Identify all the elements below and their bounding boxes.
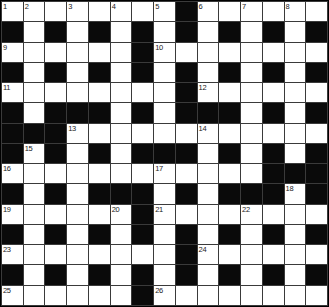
white-cell-r3c1[interactable]: [24, 63, 45, 82]
white-cell-r4c1[interactable]: [24, 83, 45, 102]
black-cell-r3c6: [132, 63, 153, 82]
white-cell-r10c12[interactable]: [263, 205, 284, 224]
white-cell-r8c4[interactable]: [89, 164, 110, 183]
black-cell-r7c6: [132, 144, 153, 163]
black-cell-r9c4: [89, 184, 110, 203]
clue-number-10: 10: [155, 43, 163, 52]
white-cell-r6c7[interactable]: [154, 124, 175, 143]
white-cell-r3c3[interactable]: [67, 63, 88, 82]
white-cell-r2c14[interactable]: [306, 43, 327, 62]
black-cell-r11c12: [263, 225, 284, 244]
white-cell-r6c14[interactable]: [306, 124, 327, 143]
clue-number-19: 19: [3, 205, 11, 214]
white-cell-r4c4[interactable]: [89, 83, 110, 102]
white-cell-r2c0[interactable]: 9: [2, 43, 23, 62]
white-cell-r0c0[interactable]: 1: [2, 2, 23, 21]
black-cell-r1c0: [2, 22, 23, 41]
white-cell-r9c13[interactable]: 18: [285, 184, 306, 203]
white-cell-r6c13[interactable]: [285, 124, 306, 143]
white-cell-r1c13[interactable]: [285, 22, 306, 41]
white-cell-r12c2[interactable]: [45, 245, 66, 264]
clue-number-9: 9: [3, 43, 7, 52]
white-cell-r0c13[interactable]: 8: [285, 2, 306, 21]
white-cell-r10c8[interactable]: [176, 205, 197, 224]
black-cell-r3c14: [306, 63, 327, 82]
white-cell-r14c11[interactable]: [241, 286, 262, 305]
white-cell-r8c11[interactable]: [241, 164, 262, 183]
white-cell-r4c5[interactable]: [111, 83, 132, 102]
black-cell-r5c14: [306, 103, 327, 122]
clue-number-2: 2: [25, 2, 29, 11]
black-cell-r1c10: [219, 22, 240, 41]
black-cell-r13c8: [176, 265, 197, 284]
white-cell-r0c11[interactable]: 7: [241, 2, 262, 21]
white-cell-r2c5[interactable]: [111, 43, 132, 62]
black-cell-r6c2: [45, 124, 66, 143]
black-cell-r3c10: [219, 63, 240, 82]
black-cell-r3c8: [176, 63, 197, 82]
white-cell-r11c5[interactable]: [111, 225, 132, 244]
white-cell-r9c7[interactable]: [154, 184, 175, 203]
white-cell-r2c13[interactable]: [285, 43, 306, 62]
white-cell-r8c10[interactable]: [219, 164, 240, 183]
clue-number-25: 25: [3, 286, 11, 295]
black-cell-r7c12: [263, 144, 284, 163]
white-cell-r7c1[interactable]: 15: [24, 144, 45, 163]
black-cell-r9c6: [132, 184, 153, 203]
black-cell-r5c4: [89, 103, 110, 122]
white-cell-r10c5[interactable]: 20: [111, 205, 132, 224]
white-cell-r4c3[interactable]: [67, 83, 88, 102]
white-cell-r11c7[interactable]: [154, 225, 175, 244]
black-cell-r9c12: [263, 184, 284, 203]
white-cell-r12c14[interactable]: [306, 245, 327, 264]
white-cell-r6c3[interactable]: 13: [67, 124, 88, 143]
black-cell-r13c0: [2, 265, 23, 284]
white-cell-r13c5[interactable]: [111, 265, 132, 284]
white-cell-r10c4[interactable]: [89, 205, 110, 224]
white-cell-r8c6[interactable]: [132, 164, 153, 183]
crossword-grid: 1234567891011121314151617181920212223242…: [0, 0, 329, 307]
white-cell-r5c5[interactable]: [111, 103, 132, 122]
black-cell-r3c0: [2, 63, 23, 82]
white-cell-r10c2[interactable]: [45, 205, 66, 224]
black-cell-r11c14: [306, 225, 327, 244]
white-cell-r1c1[interactable]: [24, 22, 45, 41]
white-cell-r2c11[interactable]: [241, 43, 262, 62]
black-cell-r0c8: [176, 2, 197, 21]
black-cell-r2c6: [132, 43, 153, 62]
white-cell-r2c8[interactable]: [176, 43, 197, 62]
white-cell-r5c13[interactable]: [285, 103, 306, 122]
white-cell-r2c1[interactable]: [24, 43, 45, 62]
white-cell-r2c12[interactable]: [263, 43, 284, 62]
white-cell-r1c9[interactable]: [198, 22, 219, 41]
white-cell-r8c1[interactable]: [24, 164, 45, 183]
clue-number-13: 13: [68, 124, 76, 133]
black-cell-r3c2: [45, 63, 66, 82]
white-cell-r10c7[interactable]: 21: [154, 205, 175, 224]
black-cell-r9c14: [306, 184, 327, 203]
white-cell-r9c9[interactable]: [198, 184, 219, 203]
white-cell-r13c7[interactable]: [154, 265, 175, 284]
white-cell-r14c0[interactable]: 25: [2, 286, 23, 305]
white-cell-r8c8[interactable]: [176, 164, 197, 183]
clue-number-16: 16: [3, 164, 11, 173]
white-cell-r14c9[interactable]: [198, 286, 219, 305]
white-cell-r14c4[interactable]: [89, 286, 110, 305]
clue-number-26: 26: [155, 286, 163, 295]
black-cell-r13c4: [89, 265, 110, 284]
black-cell-r6c1: [24, 124, 45, 143]
white-cell-r0c2[interactable]: [45, 2, 66, 21]
white-cell-r1c11[interactable]: [241, 22, 262, 41]
black-cell-r3c12: [263, 63, 284, 82]
white-cell-r0c4[interactable]: [89, 2, 110, 21]
white-cell-r11c13[interactable]: [285, 225, 306, 244]
white-cell-r6c10[interactable]: [219, 124, 240, 143]
white-cell-r8c3[interactable]: [67, 164, 88, 183]
black-cell-r7c0: [2, 144, 23, 163]
white-cell-r3c9[interactable]: [198, 63, 219, 82]
white-cell-r13c3[interactable]: [67, 265, 88, 284]
black-cell-r1c6: [132, 22, 153, 41]
black-cell-r9c2: [45, 184, 66, 203]
white-cell-r8c7[interactable]: 17: [154, 164, 175, 183]
white-cell-r6c6[interactable]: [132, 124, 153, 143]
white-cell-r1c5[interactable]: [111, 22, 132, 41]
white-cell-r4c0[interactable]: 11: [2, 83, 23, 102]
white-cell-r0c3[interactable]: 3: [67, 2, 88, 21]
white-cell-r14c2[interactable]: [45, 286, 66, 305]
white-cell-r11c3[interactable]: [67, 225, 88, 244]
black-cell-r6c0: [2, 124, 23, 143]
clue-number-18: 18: [286, 184, 294, 193]
black-cell-r5c9: [198, 103, 219, 122]
white-cell-r7c13[interactable]: [285, 144, 306, 163]
black-cell-r9c8: [176, 184, 197, 203]
white-cell-r0c10[interactable]: [219, 2, 240, 21]
black-cell-r1c4: [89, 22, 110, 41]
clue-number-24: 24: [199, 245, 207, 254]
black-cell-r7c8: [176, 144, 197, 163]
black-cell-r5c3: [67, 103, 88, 122]
white-cell-r12c0[interactable]: 23: [2, 245, 23, 264]
black-cell-r8c12: [263, 164, 284, 183]
white-cell-r14c10[interactable]: [219, 286, 240, 305]
white-cell-r13c11[interactable]: [241, 265, 262, 284]
black-cell-r5c8: [176, 103, 197, 122]
black-cell-r13c2: [45, 265, 66, 284]
black-cell-r11c6: [132, 225, 153, 244]
clue-number-8: 8: [286, 2, 290, 11]
white-cell-r10c3[interactable]: [67, 205, 88, 224]
white-cell-r0c12[interactable]: [263, 2, 284, 21]
clue-number-6: 6: [199, 2, 203, 11]
white-cell-r3c11[interactable]: [241, 63, 262, 82]
white-cell-r3c7[interactable]: [154, 63, 175, 82]
white-cell-r12c10[interactable]: [219, 245, 240, 264]
black-cell-r9c10: [219, 184, 240, 203]
white-cell-r0c1[interactable]: 2: [24, 2, 45, 21]
black-cell-r11c10: [219, 225, 240, 244]
black-cell-r10c6: [132, 205, 153, 224]
white-cell-r3c13[interactable]: [285, 63, 306, 82]
clue-number-23: 23: [3, 245, 11, 254]
white-cell-r14c13[interactable]: [285, 286, 306, 305]
white-cell-r11c11[interactable]: [241, 225, 262, 244]
black-cell-r7c10: [219, 144, 240, 163]
clue-number-4: 4: [112, 2, 116, 11]
white-cell-r5c1[interactable]: [24, 103, 45, 122]
black-cell-r11c0: [2, 225, 23, 244]
white-cell-r6c11[interactable]: [241, 124, 262, 143]
black-cell-r7c2: [45, 144, 66, 163]
white-cell-r1c3[interactable]: [67, 22, 88, 41]
white-cell-r10c13[interactable]: [285, 205, 306, 224]
black-cell-r14c6: [132, 286, 153, 305]
white-cell-r14c3[interactable]: [67, 286, 88, 305]
clue-number-22: 22: [242, 205, 250, 214]
white-cell-r12c6[interactable]: [132, 245, 153, 264]
white-cell-r4c12[interactable]: [263, 83, 284, 102]
black-cell-r13c12: [263, 265, 284, 284]
black-cell-r13c14: [306, 265, 327, 284]
white-cell-r11c9[interactable]: [198, 225, 219, 244]
white-cell-r8c2[interactable]: [45, 164, 66, 183]
white-cell-r0c6[interactable]: [132, 2, 153, 21]
white-cell-r10c0[interactable]: 19: [2, 205, 23, 224]
black-cell-r4c8: [176, 83, 197, 102]
white-cell-r14c12[interactable]: [263, 286, 284, 305]
white-cell-r8c0[interactable]: 16: [2, 164, 23, 183]
white-cell-r5c7[interactable]: [154, 103, 175, 122]
white-cell-r10c11[interactable]: 22: [241, 205, 262, 224]
white-cell-r12c11[interactable]: [241, 245, 262, 264]
clue-number-11: 11: [3, 83, 10, 92]
white-cell-r8c5[interactable]: [111, 164, 132, 183]
white-cell-r5c11[interactable]: [241, 103, 262, 122]
white-cell-r7c5[interactable]: [111, 144, 132, 163]
white-cell-r4c14[interactable]: [306, 83, 327, 102]
black-cell-r8c13: [285, 164, 306, 183]
white-cell-r14c8[interactable]: [176, 286, 197, 305]
white-cell-r4c6[interactable]: [132, 83, 153, 102]
white-cell-r10c1[interactable]: [24, 205, 45, 224]
black-cell-r5c6: [132, 103, 153, 122]
white-cell-r13c9[interactable]: [198, 265, 219, 284]
white-cell-r14c1[interactable]: [24, 286, 45, 305]
black-cell-r9c0: [2, 184, 23, 203]
clue-number-17: 17: [155, 164, 163, 173]
white-cell-r4c9[interactable]: 12: [198, 83, 219, 102]
clue-number-12: 12: [199, 83, 207, 92]
black-cell-r7c4: [89, 144, 110, 163]
black-cell-r7c7: [154, 144, 175, 163]
white-cell-r3c5[interactable]: [111, 63, 132, 82]
white-cell-r4c2[interactable]: [45, 83, 66, 102]
black-cell-r8c14: [306, 164, 327, 183]
clue-number-15: 15: [25, 144, 33, 153]
white-cell-r12c12[interactable]: [263, 245, 284, 264]
white-cell-r7c11[interactable]: [241, 144, 262, 163]
black-cell-r9c5: [111, 184, 132, 203]
white-cell-r0c5[interactable]: 4: [111, 2, 132, 21]
black-cell-r5c10: [219, 103, 240, 122]
black-cell-r13c6: [132, 265, 153, 284]
white-cell-r14c7[interactable]: 26: [154, 286, 175, 305]
white-cell-r9c3[interactable]: [67, 184, 88, 203]
black-cell-r1c8: [176, 22, 197, 41]
white-cell-r13c13[interactable]: [285, 265, 306, 284]
white-cell-r0c7[interactable]: 5: [154, 2, 175, 21]
white-cell-r2c4[interactable]: [89, 43, 110, 62]
clue-number-14: 14: [199, 124, 207, 133]
clue-number-7: 7: [242, 2, 246, 11]
white-cell-r4c7[interactable]: [154, 83, 175, 102]
white-cell-r6c8[interactable]: [176, 124, 197, 143]
black-cell-r3c4: [89, 63, 110, 82]
white-cell-r2c9[interactable]: [198, 43, 219, 62]
black-cell-r13c10: [219, 265, 240, 284]
clue-number-20: 20: [112, 205, 120, 214]
white-cell-r2c3[interactable]: [67, 43, 88, 62]
white-cell-r12c3[interactable]: [67, 245, 88, 264]
white-cell-r13c1[interactable]: [24, 265, 45, 284]
white-cell-r12c1[interactable]: [24, 245, 45, 264]
black-cell-r11c4: [89, 225, 110, 244]
clue-number-5: 5: [155, 2, 159, 11]
white-cell-r9c1[interactable]: [24, 184, 45, 203]
clue-number-3: 3: [68, 2, 72, 11]
black-cell-r11c8: [176, 225, 197, 244]
black-cell-r1c2: [45, 22, 66, 41]
white-cell-r0c14[interactable]: [306, 2, 327, 21]
black-cell-r1c12: [263, 22, 284, 41]
black-cell-r5c2: [45, 103, 66, 122]
black-cell-r1c14: [306, 22, 327, 41]
white-cell-r0c9[interactable]: 6: [198, 2, 219, 21]
black-cell-r9c11: [241, 184, 262, 203]
white-cell-r2c10[interactable]: [219, 43, 240, 62]
white-cell-r14c14[interactable]: [306, 286, 327, 305]
white-cell-r7c9[interactable]: [198, 144, 219, 163]
black-cell-r5c0: [2, 103, 23, 122]
black-cell-r5c12: [263, 103, 284, 122]
black-cell-r11c2: [45, 225, 66, 244]
white-cell-r12c7[interactable]: [154, 245, 175, 264]
white-cell-r10c14[interactable]: [306, 205, 327, 224]
white-cell-r4c10[interactable]: [219, 83, 240, 102]
white-cell-r12c13[interactable]: [285, 245, 306, 264]
black-cell-r12c8: [176, 245, 197, 264]
white-cell-r12c4[interactable]: [89, 245, 110, 264]
black-cell-r7c14: [306, 144, 327, 163]
white-cell-r6c12[interactable]: [263, 124, 284, 143]
clue-number-21: 21: [155, 205, 163, 214]
white-cell-r7c3[interactable]: [67, 144, 88, 163]
white-cell-r11c1[interactable]: [24, 225, 45, 244]
white-cell-r14c5[interactable]: [111, 286, 132, 305]
white-cell-r12c5[interactable]: [111, 245, 132, 264]
white-cell-r10c9[interactable]: [198, 205, 219, 224]
white-cell-r8c9[interactable]: [198, 164, 219, 183]
white-cell-r1c7[interactable]: [154, 22, 175, 41]
white-cell-r4c13[interactable]: [285, 83, 306, 102]
clue-number-1: 1: [3, 2, 7, 11]
white-cell-r10c10[interactable]: [219, 205, 240, 224]
white-cell-r2c7[interactable]: 10: [154, 43, 175, 62]
white-cell-r6c5[interactable]: [111, 124, 132, 143]
white-cell-r12c9[interactable]: 24: [198, 245, 219, 264]
white-cell-r2c2[interactable]: [45, 43, 66, 62]
white-cell-r6c4[interactable]: [89, 124, 110, 143]
white-cell-r6c9[interactable]: 14: [198, 124, 219, 143]
white-cell-r4c11[interactable]: [241, 83, 262, 102]
